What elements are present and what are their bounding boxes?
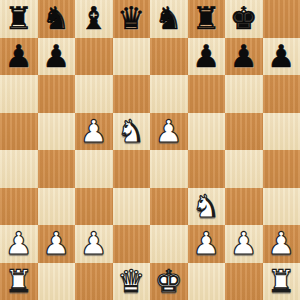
piece-white-rook[interactable]: ♜: [5, 263, 33, 300]
piece-white-knight[interactable]: ♞: [192, 188, 220, 225]
piece-black-pawn[interactable]: ♟: [42, 38, 70, 75]
square-g1[interactable]: [225, 263, 263, 300]
square-c4[interactable]: [75, 150, 113, 188]
square-d3[interactable]: [113, 188, 151, 226]
square-f6[interactable]: [188, 75, 226, 113]
square-d5[interactable]: ♞: [113, 113, 151, 151]
piece-white-pawn[interactable]: ♟: [42, 225, 70, 262]
square-a7[interactable]: ♟: [0, 38, 38, 76]
square-b8[interactable]: ♞: [38, 0, 76, 38]
square-h7[interactable]: ♟: [263, 38, 301, 76]
square-g2[interactable]: ♟: [225, 225, 263, 263]
square-f5[interactable]: [188, 113, 226, 151]
piece-white-queen[interactable]: ♛: [117, 263, 145, 300]
square-a4[interactable]: [0, 150, 38, 188]
square-b7[interactable]: ♟: [38, 38, 76, 76]
square-a6[interactable]: [0, 75, 38, 113]
square-a3[interactable]: [0, 188, 38, 226]
square-c2[interactable]: ♟: [75, 225, 113, 263]
square-e3[interactable]: [150, 188, 188, 226]
piece-black-pawn[interactable]: ♟: [192, 38, 220, 75]
square-f4[interactable]: [188, 150, 226, 188]
square-e5[interactable]: ♟: [150, 113, 188, 151]
square-e1[interactable]: ♚: [150, 263, 188, 300]
piece-black-knight[interactable]: ♞: [155, 0, 183, 37]
square-g6[interactable]: [225, 75, 263, 113]
square-g3[interactable]: [225, 188, 263, 226]
piece-black-knight[interactable]: ♞: [42, 0, 70, 37]
piece-white-pawn[interactable]: ♟: [80, 113, 108, 150]
square-f8[interactable]: ♜: [188, 0, 226, 38]
square-f7[interactable]: ♟: [188, 38, 226, 76]
square-a8[interactable]: ♜: [0, 0, 38, 38]
square-f3[interactable]: ♞: [188, 188, 226, 226]
piece-white-king[interactable]: ♚: [155, 263, 183, 300]
square-g5[interactable]: [225, 113, 263, 151]
square-b6[interactable]: [38, 75, 76, 113]
piece-white-rook[interactable]: ♜: [267, 263, 295, 300]
square-d6[interactable]: [113, 75, 151, 113]
square-h5[interactable]: [263, 113, 301, 151]
square-c8[interactable]: ♝: [75, 0, 113, 38]
piece-white-pawn[interactable]: ♟: [267, 225, 295, 262]
square-a2[interactable]: ♟: [0, 225, 38, 263]
square-h6[interactable]: [263, 75, 301, 113]
square-e7[interactable]: [150, 38, 188, 76]
piece-white-pawn[interactable]: ♟: [80, 225, 108, 262]
piece-black-pawn[interactable]: ♟: [230, 38, 258, 75]
chess-board: ♜♞♝♛♞♜♚♟♟♟♟♟♟♞♟♞♟♟♟♟♟♟♜♛♚♜: [0, 0, 300, 300]
square-c7[interactable]: [75, 38, 113, 76]
piece-black-pawn[interactable]: ♟: [267, 38, 295, 75]
square-a1[interactable]: ♜: [0, 263, 38, 300]
square-f2[interactable]: ♟: [188, 225, 226, 263]
piece-white-pawn[interactable]: ♟: [192, 225, 220, 262]
square-a5[interactable]: [0, 113, 38, 151]
piece-black-king[interactable]: ♚: [230, 0, 258, 37]
square-e8[interactable]: ♞: [150, 0, 188, 38]
piece-black-rook[interactable]: ♜: [5, 0, 33, 37]
square-b1[interactable]: [38, 263, 76, 300]
piece-black-pawn[interactable]: ♟: [5, 38, 33, 75]
square-h3[interactable]: [263, 188, 301, 226]
square-c3[interactable]: [75, 188, 113, 226]
square-f1[interactable]: [188, 263, 226, 300]
piece-black-rook[interactable]: ♜: [192, 0, 220, 37]
piece-black-queen[interactable]: ♛: [117, 0, 145, 37]
square-d2[interactable]: [113, 225, 151, 263]
piece-white-pawn[interactable]: ♟: [5, 225, 33, 262]
square-h2[interactable]: ♟: [263, 225, 301, 263]
square-h4[interactable]: [263, 150, 301, 188]
square-d4[interactable]: [113, 150, 151, 188]
square-h8[interactable]: [263, 0, 301, 38]
square-h1[interactable]: ♜: [263, 263, 301, 300]
square-c1[interactable]: [75, 263, 113, 300]
square-d8[interactable]: ♛: [113, 0, 151, 38]
square-c6[interactable]: [75, 75, 113, 113]
square-d1[interactable]: ♛: [113, 263, 151, 300]
square-e4[interactable]: [150, 150, 188, 188]
piece-white-pawn[interactable]: ♟: [155, 113, 183, 150]
square-e6[interactable]: [150, 75, 188, 113]
square-b3[interactable]: [38, 188, 76, 226]
piece-black-bishop[interactable]: ♝: [80, 0, 108, 37]
square-d7[interactable]: [113, 38, 151, 76]
square-g7[interactable]: ♟: [225, 38, 263, 76]
square-g8[interactable]: ♚: [225, 0, 263, 38]
square-b2[interactable]: ♟: [38, 225, 76, 263]
piece-white-knight[interactable]: ♞: [117, 113, 145, 150]
piece-white-pawn[interactable]: ♟: [230, 225, 258, 262]
square-b4[interactable]: [38, 150, 76, 188]
square-b5[interactable]: [38, 113, 76, 151]
square-c5[interactable]: ♟: [75, 113, 113, 151]
square-g4[interactable]: [225, 150, 263, 188]
square-e2[interactable]: [150, 225, 188, 263]
